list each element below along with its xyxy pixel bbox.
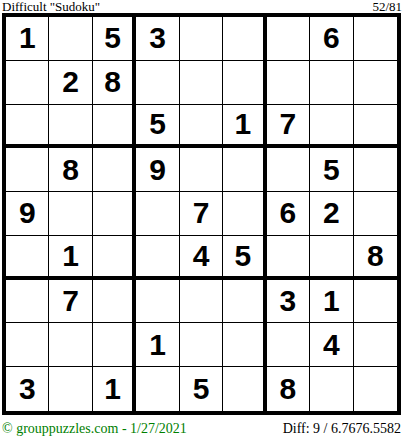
- cell-r8c3[interactable]: [93, 323, 136, 367]
- cell-r5c9[interactable]: [354, 192, 397, 236]
- cell-r7c5[interactable]: [180, 280, 223, 324]
- cell-r9c2[interactable]: [49, 367, 92, 411]
- cell-r7c3[interactable]: [93, 280, 136, 324]
- cell-r8c5[interactable]: [180, 323, 223, 367]
- cell-r1c3: 5: [93, 17, 136, 61]
- cell-r3c2[interactable]: [49, 105, 92, 149]
- cell-r8c4: 1: [136, 323, 179, 367]
- cell-r8c2[interactable]: [49, 323, 92, 367]
- cell-r9c9[interactable]: [354, 367, 397, 411]
- difficulty-text: Diff: 9 / 6.7676.5582: [283, 421, 401, 437]
- cell-r4c7[interactable]: [267, 148, 310, 192]
- cell-r6c4[interactable]: [136, 236, 179, 280]
- cell-r6c7[interactable]: [267, 236, 310, 280]
- cell-r5c8: 2: [310, 192, 353, 236]
- cell-r6c3[interactable]: [93, 236, 136, 280]
- cell-r4c5[interactable]: [180, 148, 223, 192]
- cell-r5c1: 9: [6, 192, 49, 236]
- cell-r2c2: 2: [49, 61, 92, 105]
- cell-r5c7: 6: [267, 192, 310, 236]
- cell-r6c9: 8: [354, 236, 397, 280]
- puzzle-title: Difficult "Sudoku": [2, 0, 100, 13]
- cell-r4c4: 9: [136, 148, 179, 192]
- cell-r4c2: 8: [49, 148, 92, 192]
- footer: © grouppuzzles.com - 1/27/2021 Diff: 9 /…: [0, 421, 403, 437]
- cell-r2c8[interactable]: [310, 61, 353, 105]
- cell-r9c1: 3: [6, 367, 49, 411]
- cell-r7c7: 3: [267, 280, 310, 324]
- cell-r6c8[interactable]: [310, 236, 353, 280]
- cell-r9c7: 8: [267, 367, 310, 411]
- cell-r4c6[interactable]: [223, 148, 266, 192]
- cell-r7c1[interactable]: [6, 280, 49, 324]
- sudoku-board: 15362851789597621458731143158: [2, 13, 401, 415]
- cell-r6c6: 5: [223, 236, 266, 280]
- cell-r2c5[interactable]: [180, 61, 223, 105]
- cell-r4c1[interactable]: [6, 148, 49, 192]
- cell-r7c2: 7: [49, 280, 92, 324]
- cell-r2c6[interactable]: [223, 61, 266, 105]
- cell-r6c1[interactable]: [6, 236, 49, 280]
- cell-r1c9[interactable]: [354, 17, 397, 61]
- cell-r9c4[interactable]: [136, 367, 179, 411]
- cell-r3c8[interactable]: [310, 105, 353, 149]
- cell-r8c8: 4: [310, 323, 353, 367]
- cell-r1c6[interactable]: [223, 17, 266, 61]
- cell-r5c2[interactable]: [49, 192, 92, 236]
- cell-r8c7[interactable]: [267, 323, 310, 367]
- cell-r9c5: 5: [180, 367, 223, 411]
- cell-r7c9[interactable]: [354, 280, 397, 324]
- cell-r5c4[interactable]: [136, 192, 179, 236]
- cell-r8c6[interactable]: [223, 323, 266, 367]
- cell-r5c6[interactable]: [223, 192, 266, 236]
- cell-r3c6: 1: [223, 105, 266, 149]
- cell-r2c7[interactable]: [267, 61, 310, 105]
- cell-r3c7: 7: [267, 105, 310, 149]
- cell-r9c3: 1: [93, 367, 136, 411]
- cell-r8c1[interactable]: [6, 323, 49, 367]
- cell-r6c5: 4: [180, 236, 223, 280]
- copyright-text: © grouppuzzles.com - 1/27/2021: [2, 421, 187, 437]
- cell-r1c2[interactable]: [49, 17, 92, 61]
- cell-r1c5[interactable]: [180, 17, 223, 61]
- cell-r4c9[interactable]: [354, 148, 397, 192]
- cell-r9c8[interactable]: [310, 367, 353, 411]
- cell-r2c1[interactable]: [6, 61, 49, 105]
- cell-r5c3[interactable]: [93, 192, 136, 236]
- cell-r7c6[interactable]: [223, 280, 266, 324]
- cell-r1c4: 3: [136, 17, 179, 61]
- cell-r3c5[interactable]: [180, 105, 223, 149]
- cell-r6c2: 1: [49, 236, 92, 280]
- cell-r3c1[interactable]: [6, 105, 49, 149]
- cell-r1c1: 1: [6, 17, 49, 61]
- cell-r8c9[interactable]: [354, 323, 397, 367]
- cell-r3c3[interactable]: [93, 105, 136, 149]
- cell-r4c3[interactable]: [93, 148, 136, 192]
- cell-r2c3: 8: [93, 61, 136, 105]
- cell-r9c6[interactable]: [223, 367, 266, 411]
- cell-r3c9[interactable]: [354, 105, 397, 149]
- cell-r5c5: 7: [180, 192, 223, 236]
- cell-r7c4[interactable]: [136, 280, 179, 324]
- cell-r1c7[interactable]: [267, 17, 310, 61]
- cells-remaining-counter: 52/81: [372, 0, 402, 13]
- cell-r7c8: 1: [310, 280, 353, 324]
- cell-r1c8: 6: [310, 17, 353, 61]
- cell-r2c9[interactable]: [354, 61, 397, 105]
- cell-r4c8: 5: [310, 148, 353, 192]
- cell-r3c4: 5: [136, 105, 179, 149]
- header: Difficult "Sudoku" 52/81: [0, 0, 403, 13]
- cell-r2c4[interactable]: [136, 61, 179, 105]
